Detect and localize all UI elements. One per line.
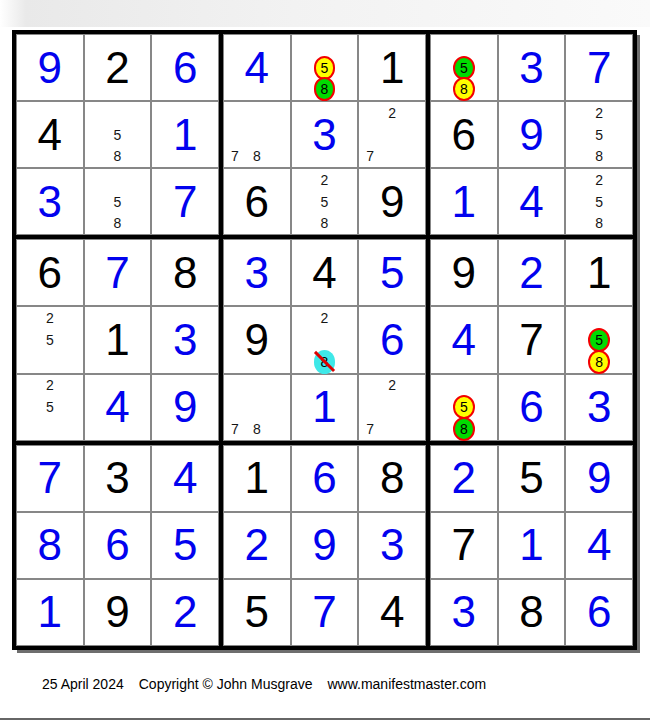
solved-digit: 2 [499, 240, 565, 305]
candidate-2: 2 [314, 307, 336, 329]
cell-r6c5[interactable]: 1 [291, 374, 359, 441]
cell-r7c3[interactable]: 4 [151, 445, 219, 512]
cell-r2c3[interactable]: 1 [151, 101, 219, 168]
solved-digit: 1 [152, 102, 218, 167]
solved-digit: 6 [359, 307, 425, 372]
cell-r8c6[interactable]: 3 [358, 512, 426, 579]
cell-r5c8[interactable]: 7 [498, 306, 566, 373]
cell-r8c4[interactable]: 2 [223, 512, 291, 579]
candidate-7: 7 [224, 418, 246, 440]
cell-r9c1[interactable]: 1 [16, 579, 84, 646]
green-circle-mark: 5 [453, 56, 475, 80]
candidate-8: 8 [246, 418, 268, 440]
solved-digit: 6 [152, 35, 218, 100]
cell-r6c6[interactable]: 27 [358, 374, 426, 441]
solved-digit: 2 [224, 513, 290, 578]
cell-r9c2[interactable]: 9 [84, 579, 152, 646]
given-digit: 7 [499, 307, 565, 372]
cell-r6c9[interactable]: 3 [565, 374, 633, 441]
cell-r6c8[interactable]: 6 [498, 374, 566, 441]
cell-r2c6[interactable]: 27 [358, 101, 426, 168]
cell-r4c2[interactable]: 7 [84, 239, 152, 306]
solved-digit: 4 [224, 35, 290, 100]
solved-digit: 3 [292, 102, 358, 167]
cell-r5c3[interactable]: 3 [151, 306, 219, 373]
candidate-5: 5 [588, 191, 610, 213]
candidate-2: 2 [314, 169, 336, 191]
solved-digit: 1 [292, 375, 358, 440]
cell-r9c7[interactable]: 3 [430, 579, 498, 646]
cell-r5c4[interactable]: 9 [223, 306, 291, 373]
candidate-5: 5 [39, 329, 61, 351]
cell-r9c6[interactable]: 4 [358, 579, 426, 646]
given-digit: 9 [431, 240, 497, 305]
yellow-circle-mark: 8 [453, 77, 475, 101]
solved-digit: 7 [292, 580, 358, 645]
given-digit: 1 [224, 446, 290, 511]
cyan-eliminated-mark: 8 [314, 350, 336, 374]
cell-r9c4[interactable]: 5 [223, 579, 291, 646]
box-5: 345928678127 [221, 237, 428, 442]
cell-r8c2[interactable]: 6 [84, 512, 152, 579]
box-2: 45817832762589 [221, 32, 428, 237]
solved-digit: 4 [566, 513, 632, 578]
footer: 25 April 2024 Copyright © John Musgrave … [42, 676, 486, 692]
yellow-circle-mark: 8 [588, 350, 610, 374]
box-3: 58376925814258 [428, 32, 635, 237]
candidate-2: 2 [39, 307, 61, 329]
candidate-5-green-circle: 5 [588, 329, 610, 351]
given-digit: 1 [85, 307, 151, 372]
cell-r6c1[interactable]: 25 [16, 374, 84, 441]
given-digit: 9 [359, 169, 425, 234]
given-digit: 8 [499, 580, 565, 645]
cell-r8c9[interactable]: 4 [565, 512, 633, 579]
candidate-7: 7 [224, 146, 246, 168]
solved-digit: 3 [224, 240, 290, 305]
candidate-8: 8 [588, 213, 610, 235]
solved-digit: 7 [566, 35, 632, 100]
candidate-7: 7 [359, 146, 381, 168]
green-circle-mark: 8 [453, 417, 475, 441]
candidate-8: 8 [314, 213, 336, 235]
cell-r3c3[interactable]: 7 [151, 168, 219, 235]
cell-r7c9[interactable]: 9 [565, 445, 633, 512]
cell-r7c8[interactable]: 5 [498, 445, 566, 512]
solved-digit: 4 [152, 446, 218, 511]
candidate-5: 5 [314, 191, 336, 213]
cell-r7c7[interactable]: 2 [430, 445, 498, 512]
solved-digit: 3 [431, 580, 497, 645]
cell-r5c5[interactable]: 28 [291, 306, 359, 373]
cell-r1c6[interactable]: 1 [358, 34, 426, 101]
given-digit: 4 [292, 240, 358, 305]
given-digit: 2 [85, 35, 151, 100]
cell-r6c7[interactable]: 58 [430, 374, 498, 441]
cell-r5c1[interactable]: 25 [16, 306, 84, 373]
solved-digit: 9 [17, 35, 83, 100]
green-circle-mark: 8 [314, 77, 336, 101]
solved-digit: 2 [431, 446, 497, 511]
cell-r8c8[interactable]: 1 [498, 512, 566, 579]
solved-digit: 4 [431, 307, 497, 372]
cell-r5c7[interactable]: 4 [430, 306, 498, 373]
candidate-5: 5 [107, 191, 129, 213]
cell-r6c2[interactable]: 4 [84, 374, 152, 441]
footer-date: 25 April 2024 [42, 676, 124, 692]
cell-r4c5[interactable]: 4 [291, 239, 359, 306]
candidate-2: 2 [588, 169, 610, 191]
candidate-8-cyan-eliminated: 8 [314, 351, 336, 373]
cell-r7c6[interactable]: 8 [358, 445, 426, 512]
cell-r3c2[interactable]: 58 [84, 168, 152, 235]
given-digit: 5 [499, 446, 565, 511]
cell-r2c1[interactable]: 4 [16, 101, 84, 168]
green-circle-mark: 5 [588, 328, 610, 352]
cell-r6c3[interactable]: 9 [151, 374, 219, 441]
solved-digit: 3 [359, 513, 425, 578]
cell-r6c4[interactable]: 78 [223, 374, 291, 441]
solved-digit: 3 [17, 169, 83, 234]
solved-digit: 1 [499, 513, 565, 578]
given-digit: 9 [85, 580, 151, 645]
cell-r7c2[interactable]: 3 [84, 445, 152, 512]
cell-r5c6[interactable]: 6 [358, 306, 426, 373]
cell-r2c7[interactable]: 6 [430, 101, 498, 168]
cell-r7c4[interactable]: 1 [223, 445, 291, 512]
cell-r1c2[interactable]: 2 [84, 34, 152, 101]
candidate-8-green-circle: 8 [453, 418, 475, 440]
cell-r3c7[interactable]: 1 [430, 168, 498, 235]
candidate-8: 8 [107, 146, 129, 168]
candidate-8-yellow-circle: 8 [588, 351, 610, 373]
cell-r9c8[interactable]: 8 [498, 579, 566, 646]
cell-r3c8[interactable]: 4 [498, 168, 566, 235]
solved-digit: 9 [152, 375, 218, 440]
yellow-circle-mark: 5 [453, 395, 475, 419]
cell-r1c9[interactable]: 7 [565, 34, 633, 101]
given-digit: 1 [566, 240, 632, 305]
solved-digit: 3 [152, 307, 218, 372]
top-gradient-band [0, 0, 650, 27]
cell-r3c9[interactable]: 258 [565, 168, 633, 235]
box-8: 168293574 [221, 443, 428, 648]
box-6: 92147585863 [428, 237, 635, 442]
cell-r4c9[interactable]: 1 [565, 239, 633, 306]
solved-digit: 7 [17, 446, 83, 511]
solved-digit: 3 [566, 375, 632, 440]
cell-r1c3[interactable]: 6 [151, 34, 219, 101]
cell-r3c6[interactable]: 9 [358, 168, 426, 235]
candidate-8: 8 [246, 146, 268, 168]
cell-r5c9[interactable]: 58 [565, 306, 633, 373]
solved-digit: 4 [85, 375, 151, 440]
solved-digit: 9 [499, 102, 565, 167]
cell-r2c8[interactable]: 9 [498, 101, 566, 168]
given-digit: 9 [224, 307, 290, 372]
candidate-2: 2 [381, 375, 403, 397]
box-9: 259714386 [428, 443, 635, 648]
cell-r4c3[interactable]: 8 [151, 239, 219, 306]
cell-r4c6[interactable]: 5 [358, 239, 426, 306]
candidate-8-yellow-circle: 8 [453, 78, 475, 100]
solved-digit: 1 [431, 169, 497, 234]
cell-r9c9[interactable]: 6 [565, 579, 633, 646]
cell-r1c8[interactable]: 3 [498, 34, 566, 101]
cell-r2c9[interactable]: 258 [565, 101, 633, 168]
candidate-7: 7 [359, 418, 381, 440]
cell-r2c5[interactable]: 3 [291, 101, 359, 168]
cell-r7c1[interactable]: 7 [16, 445, 84, 512]
solved-digit: 1 [17, 580, 83, 645]
cell-r1c4[interactable]: 4 [223, 34, 291, 101]
cell-r7c5[interactable]: 6 [291, 445, 359, 512]
candidate-8: 8 [588, 146, 610, 168]
candidate-5: 5 [107, 124, 129, 146]
given-digit: 4 [17, 102, 83, 167]
cell-r4c8[interactable]: 2 [498, 239, 566, 306]
given-digit: 6 [17, 240, 83, 305]
given-digit: 8 [359, 446, 425, 511]
candidate-5: 5 [588, 124, 610, 146]
cell-r9c3[interactable]: 2 [151, 579, 219, 646]
candidate-5-green-circle: 5 [453, 57, 475, 79]
given-digit: 3 [85, 446, 151, 511]
candidate-2: 2 [588, 102, 610, 124]
solved-digit: 6 [499, 375, 565, 440]
candidate-2: 2 [39, 375, 61, 397]
solved-digit: 5 [152, 513, 218, 578]
given-digit: 6 [224, 169, 290, 234]
cell-r3c5[interactable]: 258 [291, 168, 359, 235]
candidate-8: 8 [107, 213, 129, 235]
cell-r8c7[interactable]: 7 [430, 512, 498, 579]
solved-digit: 6 [292, 446, 358, 511]
cell-r5c2[interactable]: 1 [84, 306, 152, 373]
cell-r2c4[interactable]: 78 [223, 101, 291, 168]
cell-r3c4[interactable]: 6 [223, 168, 291, 235]
solved-digit: 5 [359, 240, 425, 305]
cell-r8c3[interactable]: 5 [151, 512, 219, 579]
cell-r4c4[interactable]: 3 [223, 239, 291, 306]
cell-r3c1[interactable]: 3 [16, 168, 84, 235]
solved-digit: 3 [499, 35, 565, 100]
footer-copyright: Copyright © John Musgrave [139, 676, 313, 692]
candidate-5-yellow-circle: 5 [314, 57, 336, 79]
solved-digit: 6 [566, 580, 632, 645]
cell-r9c5[interactable]: 7 [291, 579, 359, 646]
given-digit: 5 [224, 580, 290, 645]
solved-digit: 7 [152, 169, 218, 234]
cell-r8c1[interactable]: 8 [16, 512, 84, 579]
solved-digit: 4 [499, 169, 565, 234]
box-4: 67825132549 [14, 237, 221, 442]
cell-r4c1[interactable]: 6 [16, 239, 84, 306]
solved-digit: 9 [566, 446, 632, 511]
solved-digit: 7 [85, 240, 151, 305]
solved-digit: 9 [292, 513, 358, 578]
given-digit: 7 [431, 513, 497, 578]
given-digit: 6 [431, 102, 497, 167]
solved-digit: 2 [152, 580, 218, 645]
cell-r4c7[interactable]: 9 [430, 239, 498, 306]
solved-digit: 6 [85, 513, 151, 578]
yellow-circle-mark: 5 [314, 56, 336, 80]
cell-r2c2[interactable]: 58 [84, 101, 152, 168]
given-digit: 4 [359, 580, 425, 645]
candidate-5: 5 [39, 396, 61, 418]
candidate-2: 2 [381, 102, 403, 124]
cell-r8c5[interactable]: 9 [291, 512, 359, 579]
solved-digit: 8 [17, 513, 83, 578]
box-1: 92645813587 [14, 32, 221, 237]
cell-r1c5[interactable]: 58 [291, 34, 359, 101]
candidate-5-yellow-circle: 5 [453, 396, 475, 418]
given-digit: 1 [359, 35, 425, 100]
cell-r1c7[interactable]: 58 [430, 34, 498, 101]
box-7: 734865192 [14, 443, 221, 648]
sudoku-board: 9264581358745817832762589583769258142586… [12, 30, 637, 650]
candidate-8-green-circle: 8 [314, 78, 336, 100]
given-digit: 8 [152, 240, 218, 305]
footer-website: www.manifestmaster.com [327, 676, 486, 692]
cell-r1c1[interactable]: 9 [16, 34, 84, 101]
